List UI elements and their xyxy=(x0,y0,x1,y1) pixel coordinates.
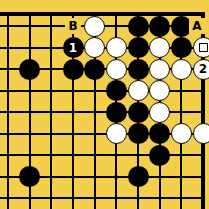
stone-black xyxy=(19,59,40,80)
stone-black xyxy=(149,145,170,166)
point-label-b: B xyxy=(65,18,81,34)
stone-white xyxy=(106,37,127,58)
stone-white xyxy=(106,59,127,80)
stone-black xyxy=(128,16,149,37)
move-number-label: 2 xyxy=(199,63,207,75)
stone-white xyxy=(84,37,105,58)
stone-black xyxy=(171,37,192,58)
grid-line-horizontal xyxy=(0,111,203,113)
move-number-label: 1 xyxy=(69,42,77,54)
stone-black xyxy=(149,123,170,144)
square-mark xyxy=(199,43,208,52)
stone-white xyxy=(149,102,170,123)
stone-black xyxy=(128,37,149,58)
stone-white xyxy=(84,16,105,37)
grid-line-horizontal xyxy=(0,90,203,92)
stone-white xyxy=(193,123,209,144)
stone-white xyxy=(128,80,149,101)
stone-black xyxy=(106,102,127,123)
stone-black xyxy=(128,123,149,144)
go-board-diagram: 12AB xyxy=(0,0,209,209)
stone-black xyxy=(128,166,149,187)
stone-white xyxy=(149,59,170,80)
stone-black xyxy=(128,59,149,80)
point-label-a: A xyxy=(189,18,205,34)
hoshi-dot xyxy=(114,175,118,179)
stone-black: 1 xyxy=(63,37,84,58)
stone-black xyxy=(128,102,149,123)
stone-white xyxy=(106,123,127,144)
stone-black xyxy=(149,16,170,37)
stone-black xyxy=(84,59,105,80)
stone-white xyxy=(149,80,170,101)
stone-white: 2 xyxy=(193,59,209,80)
stone-white xyxy=(171,123,192,144)
stone-black xyxy=(19,166,40,187)
stone-white xyxy=(193,37,209,58)
stone-white xyxy=(149,37,170,58)
grid-line-horizontal xyxy=(0,154,203,156)
board-top-edge xyxy=(0,12,205,16)
stone-white xyxy=(171,59,192,80)
grid-line-horizontal xyxy=(0,197,203,199)
stone-black xyxy=(63,59,84,80)
stone-black xyxy=(106,80,127,101)
